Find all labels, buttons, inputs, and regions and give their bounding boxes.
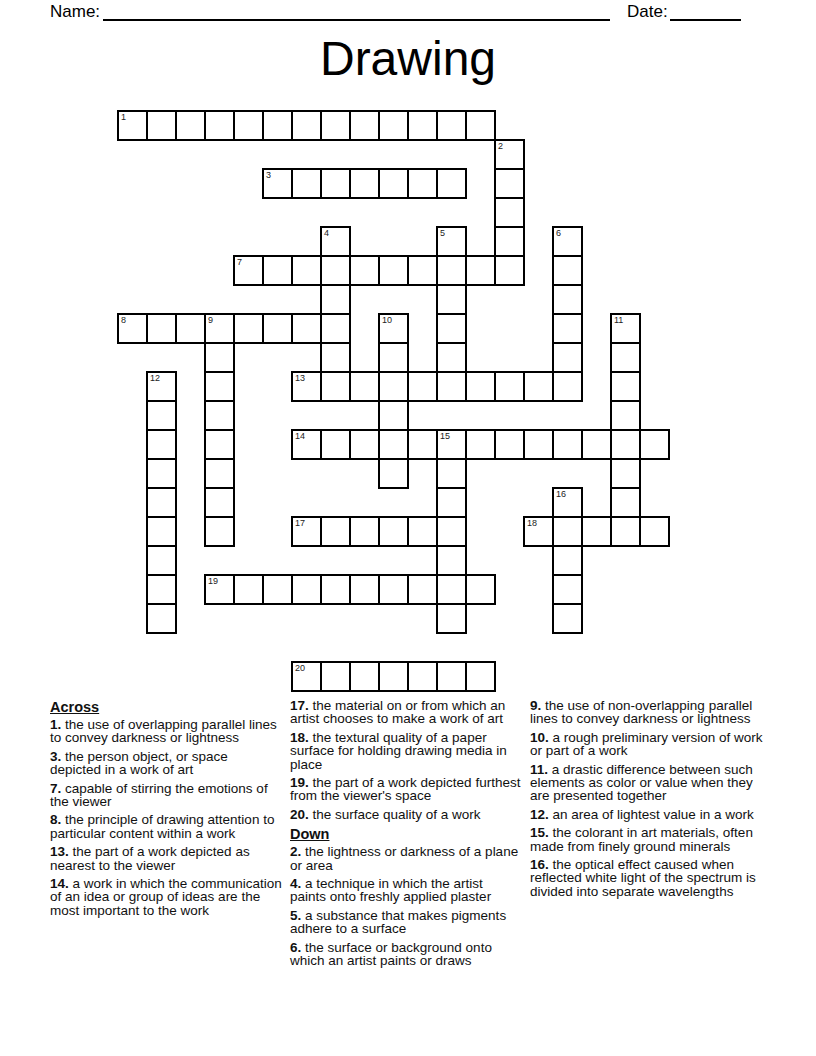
grid-cell-r2c5[interactable]: 3 bbox=[262, 168, 293, 199]
grid-cell-r11c15[interactable] bbox=[552, 429, 583, 460]
grid-cell-r0c10[interactable] bbox=[407, 110, 438, 141]
clue-num-label: 9. bbox=[530, 698, 541, 713]
grid-cell-r5c12[interactable] bbox=[465, 255, 496, 286]
grid-number-4: 4 bbox=[324, 228, 329, 238]
grid-cell-r5c10[interactable] bbox=[407, 255, 438, 286]
grid-cell-r9c6[interactable]: 13 bbox=[291, 371, 322, 402]
clue-num-label: 3. bbox=[50, 749, 61, 764]
grid-cell-r2c7[interactable] bbox=[320, 168, 351, 199]
grid-cell-r10c1[interactable] bbox=[146, 400, 177, 431]
grid-cell-r12c3[interactable] bbox=[204, 458, 235, 489]
clue-across-8: 8. the principle of drawing attention to… bbox=[50, 813, 282, 840]
grid-cell-r4c11[interactable]: 5 bbox=[436, 226, 467, 257]
grid-cell-r7c6[interactable] bbox=[291, 313, 322, 344]
grid-cell-r17c1[interactable] bbox=[146, 603, 177, 634]
grid-cell-r11c3[interactable] bbox=[204, 429, 235, 460]
clue-down-10: 10. a rough preliminary version of work … bbox=[530, 731, 766, 758]
clue-down-15: 15. the colorant in art materials, often… bbox=[530, 826, 766, 853]
clue-down-5: 5. a substance that makes pigments adher… bbox=[290, 909, 522, 936]
grid-cell-r0c6[interactable] bbox=[291, 110, 322, 141]
clue-num-label: 6. bbox=[290, 940, 301, 955]
grid-cell-r19c12[interactable] bbox=[465, 661, 496, 692]
grid-number-1: 1 bbox=[121, 112, 126, 122]
grid-cell-r9c8[interactable] bbox=[349, 371, 380, 402]
clue-num-label: 17. bbox=[290, 698, 309, 713]
clue-num-label: 1. bbox=[50, 717, 61, 732]
puzzle-title: Drawing bbox=[0, 31, 816, 86]
grid-cell-r14c8[interactable] bbox=[349, 516, 380, 547]
worksheet-page: { "game": "crossword", "header": { "name… bbox=[0, 0, 816, 1056]
clue-num-label: 16. bbox=[530, 857, 549, 872]
clue-column-right: 9. the use of non-overlapping parallel l… bbox=[530, 699, 766, 903]
grid-cell-r3c13[interactable] bbox=[494, 197, 525, 228]
grid-number-10: 10 bbox=[382, 315, 392, 325]
grid-cell-r0c0[interactable]: 1 bbox=[117, 110, 148, 141]
grid-number-19: 19 bbox=[208, 576, 218, 586]
grid-number-11: 11 bbox=[614, 315, 623, 325]
across-header: Across bbox=[50, 699, 282, 715]
clue-num-label: 7. bbox=[50, 781, 61, 796]
grid-cell-r0c11[interactable] bbox=[436, 110, 467, 141]
clue-num-label: 10. bbox=[530, 730, 549, 745]
grid-cell-r7c1[interactable] bbox=[146, 313, 177, 344]
grid-cell-r14c10[interactable] bbox=[407, 516, 438, 547]
clue-num-label: 2. bbox=[290, 844, 301, 859]
clue-down-2: 2. the lightness or darkness of a plane … bbox=[290, 845, 522, 872]
grid-cell-r14c9[interactable] bbox=[378, 516, 409, 547]
grid-cell-r0c2[interactable] bbox=[175, 110, 206, 141]
grid-cell-r14c6[interactable]: 17 bbox=[291, 516, 322, 547]
grid-cell-r0c9[interactable] bbox=[378, 110, 409, 141]
grid-cell-r8c17[interactable] bbox=[610, 342, 641, 373]
grid-cell-r9c12[interactable] bbox=[465, 371, 496, 402]
grid-cell-r15c11[interactable] bbox=[436, 545, 467, 576]
grid-cell-r5c6[interactable] bbox=[291, 255, 322, 286]
grid-cell-r16c3[interactable]: 19 bbox=[204, 574, 235, 605]
grid-cell-r15c15[interactable] bbox=[552, 545, 583, 576]
grid-cell-r2c11[interactable] bbox=[436, 168, 467, 199]
grid-cell-r7c5[interactable] bbox=[262, 313, 293, 344]
grid-cell-r5c9[interactable] bbox=[378, 255, 409, 286]
grid-cell-r19c10[interactable] bbox=[407, 661, 438, 692]
clue-down-11: 11. a drastic difference between such el… bbox=[530, 763, 766, 803]
grid-cell-r8c7[interactable] bbox=[320, 342, 351, 373]
clue-num-label: 13. bbox=[50, 844, 69, 859]
grid-number-13: 13 bbox=[295, 373, 305, 383]
clue-num-label: 14. bbox=[50, 876, 69, 891]
grid-cell-r14c16[interactable] bbox=[581, 516, 612, 547]
grid-cell-r7c17[interactable]: 11 bbox=[610, 313, 641, 344]
grid-cell-r7c15[interactable] bbox=[552, 313, 583, 344]
grid-number-8: 8 bbox=[121, 315, 126, 325]
grid-cell-r10c3[interactable] bbox=[204, 400, 235, 431]
name-input-line[interactable] bbox=[103, 0, 610, 21]
clue-column-middle: 17. the material on or from which an art… bbox=[290, 699, 522, 973]
clue-num-label: 5. bbox=[290, 908, 301, 923]
grid-cell-r13c1[interactable] bbox=[146, 487, 177, 518]
grid-cell-r9c13[interactable] bbox=[494, 371, 525, 402]
grid-number-5: 5 bbox=[440, 228, 445, 238]
grid-cell-r13c15[interactable]: 16 bbox=[552, 487, 583, 518]
grid-cell-r2c9[interactable] bbox=[378, 168, 409, 199]
grid-cell-r9c15[interactable] bbox=[552, 371, 583, 402]
clue-down-12: 12. an area of lightest value in a work bbox=[530, 808, 766, 821]
clue-down-16: 16. the optical effect caused when refle… bbox=[530, 858, 766, 898]
grid-cell-r2c13[interactable] bbox=[494, 168, 525, 199]
grid-cell-r5c13[interactable] bbox=[494, 255, 525, 286]
grid-cell-r16c5[interactable] bbox=[262, 574, 293, 605]
clue-across-18: 18. the textural quality of a paper surf… bbox=[290, 731, 522, 771]
grid-cell-r16c10[interactable] bbox=[407, 574, 438, 605]
date-input-line[interactable] bbox=[670, 0, 741, 21]
grid-cell-r11c16[interactable] bbox=[581, 429, 612, 460]
grid-cell-r14c15[interactable] bbox=[552, 516, 583, 547]
grid-cell-r10c17[interactable] bbox=[610, 400, 641, 431]
grid-cell-r16c12[interactable] bbox=[465, 574, 496, 605]
grid-cell-r14c7[interactable] bbox=[320, 516, 351, 547]
clue-down-4: 4. a technique in which the artist paint… bbox=[290, 877, 522, 904]
grid-cell-r8c15[interactable] bbox=[552, 342, 583, 373]
name-label: Name: bbox=[50, 2, 100, 22]
grid-cell-r13c3[interactable] bbox=[204, 487, 235, 518]
grid-cell-r2c6[interactable] bbox=[291, 168, 322, 199]
grid-cell-r17c15[interactable] bbox=[552, 603, 583, 634]
clue-num-label: 18. bbox=[290, 730, 309, 745]
grid-number-16: 16 bbox=[556, 489, 566, 499]
grid-cell-r13c11[interactable] bbox=[436, 487, 467, 518]
grid-cell-r0c7[interactable] bbox=[320, 110, 351, 141]
clue-across-13: 13. the part of a work depicted as neare… bbox=[50, 845, 282, 872]
grid-cell-r11c14[interactable] bbox=[523, 429, 554, 460]
grid-cell-r16c11[interactable] bbox=[436, 574, 467, 605]
clue-num-label: 11. bbox=[530, 762, 548, 777]
grid-cell-r5c4[interactable]: 7 bbox=[233, 255, 264, 286]
grid-cell-r6c15[interactable] bbox=[552, 284, 583, 315]
clue-across-19: 19. the part of a work depicted furthest… bbox=[290, 776, 522, 803]
clue-num-label: 12. bbox=[530, 807, 549, 822]
grid-number-3: 3 bbox=[266, 170, 271, 180]
grid-number-7: 7 bbox=[237, 257, 242, 267]
grid-number-20: 20 bbox=[295, 663, 305, 673]
grid-cell-r5c7[interactable] bbox=[320, 255, 351, 286]
grid-cell-r13c17[interactable] bbox=[610, 487, 641, 518]
grid-cell-r14c17[interactable] bbox=[610, 516, 641, 547]
grid-cell-r9c9[interactable] bbox=[378, 371, 409, 402]
grid-number-12: 12 bbox=[150, 373, 160, 383]
clue-across-3: 3. the person object, or space depicted … bbox=[50, 750, 282, 777]
grid-cell-r17c11[interactable] bbox=[436, 603, 467, 634]
clue-across-17: 17. the material on or from which an art… bbox=[290, 699, 522, 726]
grid-cell-r7c0[interactable]: 8 bbox=[117, 313, 148, 344]
grid-cell-r19c6[interactable]: 20 bbox=[291, 661, 322, 692]
clue-num-label: 19. bbox=[290, 775, 309, 790]
down-header: Down bbox=[290, 826, 522, 842]
grid-cell-r16c6[interactable] bbox=[291, 574, 322, 605]
grid-number-14: 14 bbox=[295, 431, 305, 441]
grid-cell-r14c18[interactable] bbox=[639, 516, 670, 547]
grid-cell-r5c5[interactable] bbox=[262, 255, 293, 286]
grid-cell-r11c9[interactable] bbox=[378, 429, 409, 460]
grid-cell-r16c8[interactable] bbox=[349, 574, 380, 605]
grid-cell-r15c1[interactable] bbox=[146, 545, 177, 576]
grid-number-2: 2 bbox=[498, 141, 503, 151]
grid-cell-r5c11[interactable] bbox=[436, 255, 467, 286]
grid-cell-r14c14[interactable]: 18 bbox=[523, 516, 554, 547]
grid-cell-r7c2[interactable] bbox=[175, 313, 206, 344]
grid-number-17: 17 bbox=[295, 518, 305, 528]
grid-cell-r0c12[interactable] bbox=[465, 110, 496, 141]
grid-cell-r4c13[interactable] bbox=[494, 226, 525, 257]
grid-cell-r10c9[interactable] bbox=[378, 400, 409, 431]
clue-across-7: 7. capable of stirring the emotions of t… bbox=[50, 782, 282, 809]
grid-cell-r11c8[interactable] bbox=[349, 429, 380, 460]
grid-cell-r5c15[interactable] bbox=[552, 255, 583, 286]
grid-cell-r5c8[interactable] bbox=[349, 255, 380, 286]
grid-cell-r0c3[interactable] bbox=[204, 110, 235, 141]
clue-across-1: 1. the use of overlapping parallel lines… bbox=[50, 718, 282, 745]
grid-cell-r7c4[interactable] bbox=[233, 313, 264, 344]
clue-num-label: 20. bbox=[290, 807, 309, 822]
grid-cell-r12c11[interactable] bbox=[436, 458, 467, 489]
date-label: Date: bbox=[627, 2, 668, 22]
grid-cell-r4c7[interactable]: 4 bbox=[320, 226, 351, 257]
grid-number-18: 18 bbox=[527, 518, 537, 528]
grid-cell-r2c10[interactable] bbox=[407, 168, 438, 199]
grid-cell-r9c11[interactable] bbox=[436, 371, 467, 402]
grid-cell-r14c3[interactable] bbox=[204, 516, 235, 547]
grid-cell-r6c11[interactable] bbox=[436, 284, 467, 315]
clue-num-label: 4. bbox=[290, 876, 301, 891]
grid-cell-r9c17[interactable] bbox=[610, 371, 641, 402]
grid-cell-r16c4[interactable] bbox=[233, 574, 264, 605]
grid-cell-r7c9[interactable]: 10 bbox=[378, 313, 409, 344]
crossword-grid: 1234567891011121314151617181920 bbox=[117, 110, 670, 692]
grid-cell-r11c13[interactable] bbox=[494, 429, 525, 460]
grid-cell-r0c5[interactable] bbox=[262, 110, 293, 141]
grid-cell-r8c9[interactable] bbox=[378, 342, 409, 373]
grid-cell-r9c3[interactable] bbox=[204, 371, 235, 402]
grid-cell-r7c11[interactable] bbox=[436, 313, 467, 344]
grid-cell-r11c1[interactable] bbox=[146, 429, 177, 460]
grid-cell-r0c4[interactable] bbox=[233, 110, 264, 141]
clue-column-left: Across1. the use of overlapping parallel… bbox=[50, 699, 282, 922]
grid-cell-r19c8[interactable] bbox=[349, 661, 380, 692]
grid-cell-r16c9[interactable] bbox=[378, 574, 409, 605]
grid-cell-r12c17[interactable] bbox=[610, 458, 641, 489]
grid-cell-r9c7[interactable] bbox=[320, 371, 351, 402]
grid-number-15: 15 bbox=[440, 431, 450, 441]
clue-across-14: 14. a work in which the communication of… bbox=[50, 877, 282, 917]
clue-down-6: 6. the surface or background onto which … bbox=[290, 941, 522, 968]
grid-cell-r14c11[interactable] bbox=[436, 516, 467, 547]
grid-cell-r11c6[interactable]: 14 bbox=[291, 429, 322, 460]
grid-cell-r2c8[interactable] bbox=[349, 168, 380, 199]
clue-down-9: 9. the use of non-overlapping parallel l… bbox=[530, 699, 766, 726]
grid-cell-r0c1[interactable] bbox=[146, 110, 177, 141]
grid-cell-r9c14[interactable] bbox=[523, 371, 554, 402]
grid-cell-r19c11[interactable] bbox=[436, 661, 467, 692]
grid-cell-r8c3[interactable] bbox=[204, 342, 235, 373]
grid-cell-r7c3[interactable]: 9 bbox=[204, 313, 235, 344]
grid-cell-r14c1[interactable] bbox=[146, 516, 177, 547]
grid-cell-r11c12[interactable] bbox=[465, 429, 496, 460]
grid-cell-r12c9[interactable] bbox=[378, 458, 409, 489]
grid-cell-r11c7[interactable] bbox=[320, 429, 351, 460]
grid-cell-r4c15[interactable]: 6 bbox=[552, 226, 583, 257]
grid-cell-r16c15[interactable] bbox=[552, 574, 583, 605]
grid-cell-r11c10[interactable] bbox=[407, 429, 438, 460]
clue-num-label: 8. bbox=[50, 812, 61, 827]
clue-num-label: 15. bbox=[530, 825, 549, 840]
grid-cell-r19c7[interactable] bbox=[320, 661, 351, 692]
grid-cell-r11c17[interactable] bbox=[610, 429, 641, 460]
grid-cell-r16c1[interactable] bbox=[146, 574, 177, 605]
grid-cell-r16c7[interactable] bbox=[320, 574, 351, 605]
grid-cell-r9c1[interactable]: 12 bbox=[146, 371, 177, 402]
clue-across-20: 20. the surface quality of a work bbox=[290, 808, 522, 821]
grid-cell-r0c8[interactable] bbox=[349, 110, 380, 141]
grid-cell-r8c11[interactable] bbox=[436, 342, 467, 373]
grid-cell-r11c18[interactable] bbox=[639, 429, 670, 460]
grid-cell-r6c7[interactable] bbox=[320, 284, 351, 315]
grid-cell-r9c10[interactable] bbox=[407, 371, 438, 402]
grid-number-6: 6 bbox=[556, 228, 561, 238]
grid-cell-r11c11[interactable]: 15 bbox=[436, 429, 467, 460]
grid-cell-r19c9[interactable] bbox=[378, 661, 409, 692]
grid-cell-r12c1[interactable] bbox=[146, 458, 177, 489]
grid-cell-r1c13[interactable]: 2 bbox=[494, 139, 525, 170]
grid-cell-r7c7[interactable] bbox=[320, 313, 351, 344]
grid-number-9: 9 bbox=[208, 315, 213, 325]
